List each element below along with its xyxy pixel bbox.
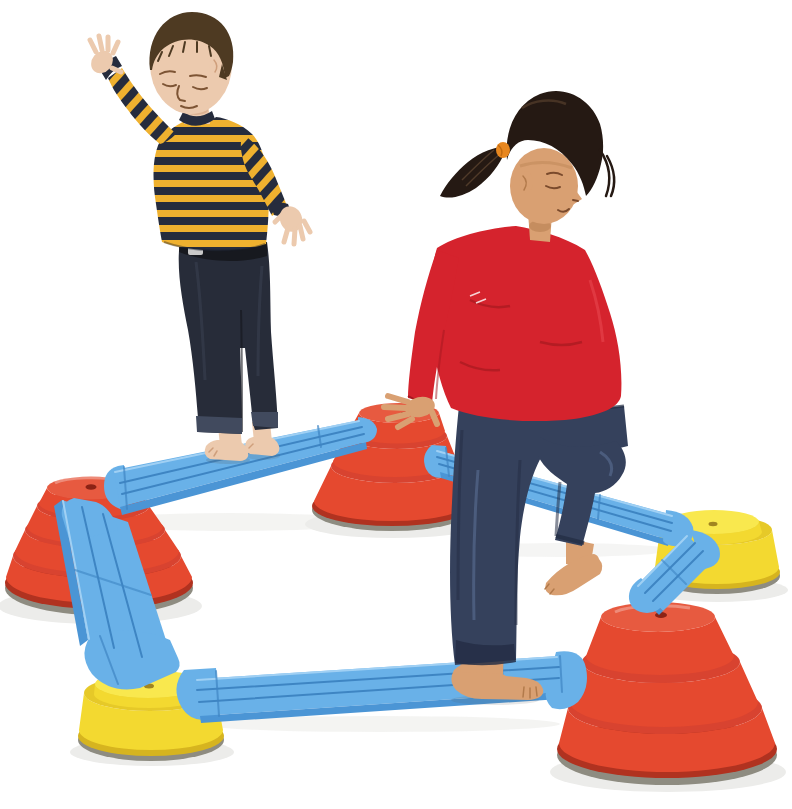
girl-nostril: [573, 200, 578, 201]
girl-hair-tie: [496, 142, 510, 158]
stone-center-hole: [709, 522, 718, 526]
photo-balance-course: Two children balancing barefoot on a bui…: [0, 0, 792, 809]
girl-shirt: [429, 226, 621, 421]
girl: [384, 91, 628, 705]
boy-jeans-cuff: [251, 412, 278, 428]
stepping-stone-red-bottom-right: [557, 602, 777, 785]
boy-jeans-cuff: [196, 416, 242, 434]
boy-left-fingers: [90, 36, 118, 53]
boy: [87, 12, 310, 464]
stone-center-hole: [86, 484, 97, 490]
scene-svg: Two children balancing barefoot on a bui…: [0, 0, 792, 809]
